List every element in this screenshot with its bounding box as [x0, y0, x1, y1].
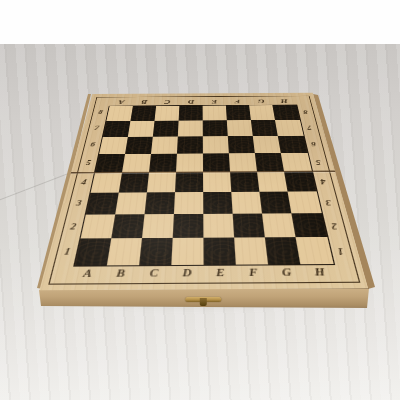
file-label: G [249, 98, 273, 104]
latch-knob-icon [200, 298, 207, 306]
rank-label: 8 [96, 105, 104, 120]
file-label: C [137, 268, 171, 279]
file-label: D [170, 268, 203, 279]
board-grid [73, 104, 335, 266]
square-c8[interactable] [154, 106, 179, 121]
square-c3[interactable] [144, 192, 175, 214]
rank-label: 8 [301, 104, 309, 119]
rank-label: 6 [88, 137, 97, 154]
square-c2[interactable] [142, 214, 174, 238]
square-h5[interactable] [281, 153, 311, 172]
file-label: B [103, 268, 138, 279]
square-g5[interactable] [255, 153, 284, 172]
file-label: B [132, 99, 156, 105]
square-d4[interactable] [175, 172, 203, 192]
square-g4[interactable] [257, 172, 288, 192]
file-label: C [156, 98, 180, 104]
rank-label: 1 [334, 238, 346, 265]
rank-label: 5 [84, 154, 93, 173]
rank-label: 6 [309, 135, 318, 152]
square-e7[interactable] [203, 120, 228, 136]
file-label: A [70, 268, 105, 279]
square-h3[interactable] [288, 191, 321, 213]
rank-label: 3 [323, 192, 334, 214]
square-b3[interactable] [115, 193, 147, 215]
square-f4[interactable] [230, 172, 260, 192]
file-label: D [179, 98, 202, 104]
square-b1[interactable] [106, 238, 141, 264]
square-f8[interactable] [226, 105, 251, 120]
square-a1[interactable] [74, 239, 111, 265]
file-label: H [272, 98, 296, 104]
square-c1[interactable] [139, 238, 173, 264]
square-f2[interactable] [233, 214, 265, 238]
file-label: E [203, 98, 226, 104]
square-a3[interactable] [85, 193, 118, 215]
rank-label: 1 [61, 240, 73, 267]
square-c5[interactable] [149, 154, 177, 173]
square-a6[interactable] [99, 137, 128, 154]
square-e6[interactable] [203, 136, 229, 153]
square-e3[interactable] [203, 192, 233, 214]
square-h2[interactable] [292, 213, 327, 237]
square-c6[interactable] [151, 136, 178, 153]
chess-board: ABCDEFGH 87654321 87654321 ABCDEFGH [39, 93, 368, 291]
square-c4[interactable] [147, 172, 176, 192]
rank-label: 7 [92, 120, 100, 136]
latch-clasp [185, 297, 221, 302]
square-g3[interactable] [260, 192, 292, 214]
file-label: H [302, 267, 337, 278]
square-b7[interactable] [127, 121, 154, 137]
square-f7[interactable] [227, 120, 253, 136]
square-b4[interactable] [118, 172, 148, 192]
square-h6[interactable] [278, 136, 307, 153]
square-d6[interactable] [177, 136, 203, 153]
file-labels-bottom: ABCDEFGH [69, 265, 338, 282]
square-f1[interactable] [234, 238, 268, 264]
square-c7[interactable] [153, 120, 179, 136]
square-e4[interactable] [203, 172, 231, 192]
square-e5[interactable] [203, 153, 230, 172]
file-label: F [226, 98, 250, 104]
file-label: A [109, 99, 133, 105]
rank-label: 4 [318, 171, 328, 191]
square-d3[interactable] [174, 192, 204, 214]
square-g1[interactable] [265, 237, 301, 263]
square-g2[interactable] [262, 214, 296, 238]
square-e2[interactable] [203, 214, 234, 238]
square-a2[interactable] [80, 215, 115, 239]
square-a4[interactable] [90, 172, 122, 192]
square-d7[interactable] [178, 120, 203, 136]
board-top-face: ABCDEFGH 87654321 87654321 ABCDEFGH [39, 93, 368, 291]
file-label: F [236, 267, 270, 278]
rank-label: 7 [305, 119, 313, 135]
board-inner: ABCDEFGH 87654321 87654321 ABCDEFGH [51, 96, 357, 282]
square-g7[interactable] [251, 120, 278, 136]
square-h4[interactable] [284, 171, 316, 191]
square-d8[interactable] [178, 105, 202, 120]
square-d1[interactable] [171, 238, 203, 264]
rank-label: 5 [313, 153, 322, 172]
square-d5[interactable] [176, 153, 203, 172]
square-b6[interactable] [125, 137, 153, 154]
square-f6[interactable] [228, 136, 255, 153]
square-b8[interactable] [130, 106, 156, 121]
square-h8[interactable] [273, 105, 300, 120]
square-d2[interactable] [173, 214, 204, 238]
square-b2[interactable] [111, 214, 144, 238]
square-e8[interactable] [203, 105, 227, 120]
square-h1[interactable] [296, 237, 333, 263]
rank-label: 2 [67, 215, 78, 239]
square-g8[interactable] [249, 105, 275, 120]
square-h7[interactable] [275, 120, 303, 136]
square-f5[interactable] [229, 153, 257, 172]
square-g6[interactable] [253, 136, 281, 153]
white-backdrop [0, 0, 400, 47]
product-photo-scene: ABCDEFGH 87654321 87654321 ABCDEFGH [0, 0, 400, 400]
rank-label: 4 [79, 173, 89, 193]
file-label: E [204, 267, 238, 278]
file-label: G [269, 267, 304, 278]
square-e1[interactable] [203, 238, 236, 264]
square-a7[interactable] [102, 121, 130, 137]
square-b5[interactable] [122, 154, 151, 173]
square-a8[interactable] [106, 106, 133, 121]
rank-label: 2 [328, 214, 339, 238]
rank-label: 3 [73, 193, 83, 215]
square-a5[interactable] [95, 154, 125, 173]
square-f3[interactable] [231, 192, 262, 214]
